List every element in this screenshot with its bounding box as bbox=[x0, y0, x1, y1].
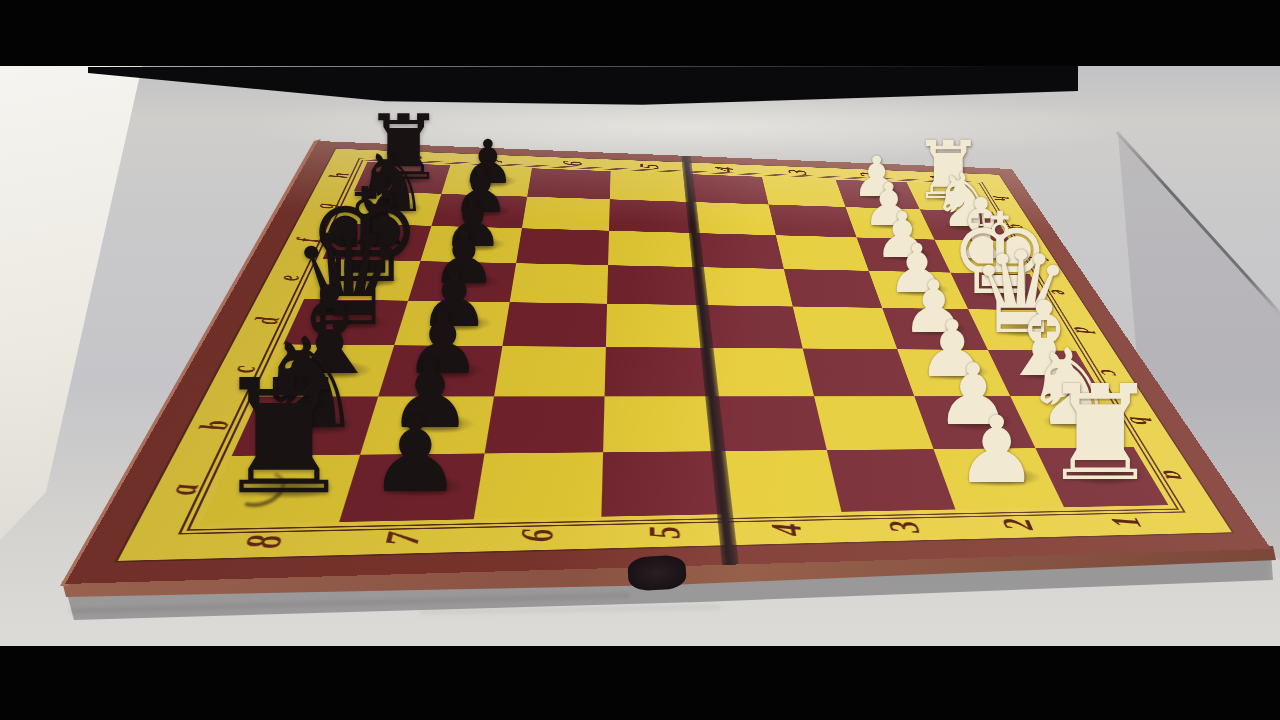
rank-label-far-5: 5 bbox=[635, 164, 662, 170]
square-h5[interactable] bbox=[610, 171, 691, 202]
rank-label-near-3: 3 bbox=[881, 520, 926, 533]
square-d4[interactable] bbox=[701, 305, 803, 349]
square-h4[interactable] bbox=[687, 174, 769, 205]
file-label-right-a: a bbox=[1157, 470, 1193, 479]
square-f4[interactable] bbox=[694, 233, 784, 269]
square-e4[interactable] bbox=[697, 267, 793, 306]
board-clasp bbox=[627, 555, 687, 592]
square-b4[interactable] bbox=[711, 396, 827, 451]
letterbox-top bbox=[0, 0, 1280, 66]
square-e3[interactable] bbox=[784, 269, 882, 308]
rank-label-far-4: 4 bbox=[710, 166, 737, 172]
square-a4[interactable] bbox=[717, 450, 842, 514]
square-c4[interactable] bbox=[706, 348, 814, 396]
rank-label-near-6: 6 bbox=[512, 529, 560, 543]
square-a6[interactable] bbox=[473, 452, 603, 519]
letterbox-bottom bbox=[0, 646, 1280, 720]
square-e5[interactable] bbox=[607, 265, 702, 305]
square-b6[interactable] bbox=[484, 396, 604, 453]
square-c5[interactable] bbox=[604, 347, 711, 396]
rank-label-near-1: 1 bbox=[1103, 516, 1147, 528]
square-g5[interactable] bbox=[609, 199, 694, 232]
piece-white-rook-a1[interactable]: ♜ bbox=[1041, 367, 1159, 499]
photo-scene: 8877665544332211hhggffeeddccbbaa ♜♞♝♛♚♝♞… bbox=[0, 0, 1280, 720]
square-d5[interactable] bbox=[606, 304, 706, 348]
square-b3[interactable] bbox=[814, 396, 933, 450]
piece-white-pawn-a2[interactable]: ♟ bbox=[955, 403, 1038, 495]
square-f3[interactable] bbox=[776, 235, 868, 271]
rank-label-far-3: 3 bbox=[783, 169, 810, 175]
rank-label-near-8: 8 bbox=[235, 534, 291, 549]
square-g3[interactable] bbox=[769, 205, 856, 238]
square-f6[interactable] bbox=[516, 228, 609, 265]
file-label-left-a: a bbox=[158, 484, 206, 495]
square-d6[interactable] bbox=[502, 302, 607, 347]
rank-label-near-4: 4 bbox=[764, 523, 809, 536]
square-e6[interactable] bbox=[509, 263, 608, 304]
rank-label-near-2: 2 bbox=[994, 518, 1039, 531]
piece-black-pawn-a7[interactable]: ♟ bbox=[368, 401, 462, 506]
square-g4[interactable] bbox=[690, 202, 776, 235]
square-b5[interactable] bbox=[603, 396, 717, 452]
square-g6[interactable] bbox=[522, 197, 610, 231]
square-d3[interactable] bbox=[793, 307, 897, 350]
square-f5[interactable] bbox=[608, 231, 697, 268]
square-h3[interactable] bbox=[762, 177, 845, 207]
rank-label-near-5: 5 bbox=[641, 526, 686, 540]
square-a5[interactable] bbox=[601, 451, 724, 517]
rank-label-near-7: 7 bbox=[376, 531, 428, 546]
square-c3[interactable] bbox=[803, 349, 914, 396]
rank-label-far-6: 6 bbox=[558, 161, 586, 167]
square-c6[interactable] bbox=[494, 346, 606, 396]
square-h6[interactable] bbox=[527, 168, 611, 199]
